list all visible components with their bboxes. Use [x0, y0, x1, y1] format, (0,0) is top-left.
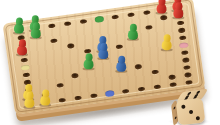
board-hole [184, 72, 192, 77]
board-hole [63, 21, 71, 26]
peg-red[interactable] [17, 40, 27, 56]
peg-green[interactable] [31, 22, 41, 38]
board-hole [56, 82, 64, 87]
peg-head [15, 17, 22, 25]
board-hole [127, 12, 135, 17]
peg-blue[interactable] [116, 56, 126, 72]
peg-head [19, 40, 26, 48]
board-hole [137, 86, 145, 91]
board-hole [48, 23, 56, 28]
board-hole [169, 82, 177, 87]
board-hole [182, 57, 190, 62]
die-pip [196, 115, 200, 119]
die-pip [181, 105, 185, 109]
peg-head [100, 43, 107, 51]
board-hole [66, 43, 74, 48]
board-hole [50, 38, 58, 43]
peg-red[interactable] [156, 0, 166, 13]
peg-head [42, 89, 49, 97]
board-hole [74, 95, 82, 100]
peg-head [175, 2, 182, 10]
board-hole [176, 20, 184, 25]
peg-head [163, 34, 170, 42]
board-hole [145, 25, 153, 30]
die-front-face-three [176, 97, 206, 125]
board-hole [183, 65, 191, 70]
peg-blue[interactable] [98, 43, 108, 59]
peg-green[interactable] [128, 24, 138, 40]
peg-red[interactable] [173, 2, 183, 18]
peg-head [129, 24, 136, 32]
board-hole [79, 19, 87, 24]
peg-yellow[interactable] [162, 34, 172, 50]
board-hole [177, 28, 185, 33]
board-hole [115, 44, 123, 49]
peg-head [85, 53, 92, 61]
board-hole [168, 74, 176, 79]
board-hole [185, 80, 193, 85]
board-hole [151, 69, 159, 74]
blue-start-dot [104, 90, 114, 97]
board-hole [58, 97, 66, 102]
board-hole [71, 73, 79, 78]
peg-head [26, 92, 33, 100]
peg-yellow[interactable] [24, 92, 34, 108]
board-hole [90, 93, 98, 98]
peg-head [118, 56, 125, 64]
peg-yellow[interactable] [40, 89, 50, 105]
board-hole [134, 64, 142, 69]
board-hole [159, 15, 167, 20]
peg-head [158, 0, 165, 5]
board-hole [121, 88, 129, 93]
peg-head [32, 22, 39, 30]
peg-green[interactable] [84, 53, 94, 69]
board-hole [143, 10, 151, 15]
die-pip [188, 110, 192, 114]
peg-green[interactable] [14, 17, 24, 33]
board-hole [181, 50, 189, 55]
product-photo-stage [0, 0, 220, 125]
board-hole [22, 72, 30, 77]
board-hole [178, 35, 186, 40]
wooden-die[interactable] [176, 97, 206, 125]
board-hole [111, 14, 119, 19]
board-hole [153, 84, 161, 89]
board-hole [20, 57, 28, 62]
